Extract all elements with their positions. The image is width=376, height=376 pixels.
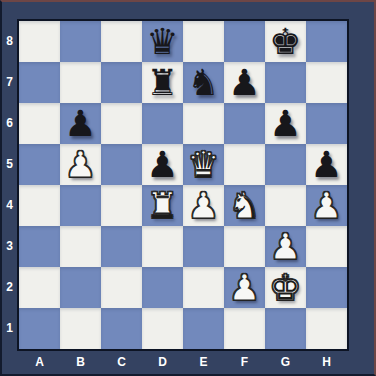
rank-label-5: 5 xyxy=(2,144,17,185)
square-f6[interactable] xyxy=(224,103,265,144)
white-king-g2[interactable]: ♚ xyxy=(265,267,306,308)
square-h1[interactable] xyxy=(306,308,347,349)
square-c4[interactable] xyxy=(101,185,142,226)
square-a7[interactable] xyxy=(19,62,60,103)
square-g1[interactable] xyxy=(265,308,306,349)
square-h4[interactable]: ♟ xyxy=(306,185,347,226)
rank-label-1: 1 xyxy=(2,308,17,349)
square-e1[interactable] xyxy=(183,308,224,349)
square-a5[interactable] xyxy=(19,144,60,185)
square-f7[interactable]: ♟ xyxy=(224,62,265,103)
square-e5[interactable]: ♛ xyxy=(183,144,224,185)
file-label-b: B xyxy=(60,351,101,374)
square-a6[interactable] xyxy=(19,103,60,144)
square-e7[interactable]: ♞ xyxy=(183,62,224,103)
square-a4[interactable] xyxy=(19,185,60,226)
square-h3[interactable] xyxy=(306,226,347,267)
square-d4[interactable]: ♜ xyxy=(142,185,183,226)
square-a3[interactable] xyxy=(19,226,60,267)
square-h5[interactable]: ♟ xyxy=(306,144,347,185)
square-a8[interactable] xyxy=(19,21,60,62)
square-a2[interactable] xyxy=(19,267,60,308)
square-d5[interactable]: ♟ xyxy=(142,144,183,185)
square-f1[interactable] xyxy=(224,308,265,349)
square-c5[interactable] xyxy=(101,144,142,185)
chess-diagram: ♛♚♜♞♟♟♟♟♟♛♟♜♟♞♟♟♟♚ 87654321 ABCDEFGH xyxy=(0,0,376,376)
square-a1[interactable] xyxy=(19,308,60,349)
square-e8[interactable] xyxy=(183,21,224,62)
square-b8[interactable] xyxy=(60,21,101,62)
chess-board: ♛♚♜♞♟♟♟♟♟♛♟♜♟♞♟♟♟♚ xyxy=(17,19,349,351)
square-f5[interactable] xyxy=(224,144,265,185)
rank-label-4: 4 xyxy=(2,185,17,226)
square-e4[interactable]: ♟ xyxy=(183,185,224,226)
black-pawn-b6[interactable]: ♟ xyxy=(60,103,101,144)
white-queen-e5[interactable]: ♛ xyxy=(183,144,224,185)
square-d8[interactable]: ♛ xyxy=(142,21,183,62)
square-c6[interactable] xyxy=(101,103,142,144)
square-g7[interactable] xyxy=(265,62,306,103)
file-label-d: D xyxy=(142,351,183,374)
square-e2[interactable] xyxy=(183,267,224,308)
rank-label-6: 6 xyxy=(2,103,17,144)
square-f2[interactable]: ♟ xyxy=(224,267,265,308)
white-pawn-g3[interactable]: ♟ xyxy=(265,226,306,267)
square-c7[interactable] xyxy=(101,62,142,103)
square-b5[interactable]: ♟ xyxy=(60,144,101,185)
white-pawn-e4[interactable]: ♟ xyxy=(183,185,224,226)
file-label-c: C xyxy=(101,351,142,374)
square-b6[interactable]: ♟ xyxy=(60,103,101,144)
black-king-g8[interactable]: ♚ xyxy=(265,21,306,62)
rank-label-8: 8 xyxy=(2,21,17,62)
square-h8[interactable] xyxy=(306,21,347,62)
white-pawn-f2[interactable]: ♟ xyxy=(224,267,265,308)
square-b3[interactable] xyxy=(60,226,101,267)
white-rook-d4[interactable]: ♜ xyxy=(142,185,183,226)
square-d1[interactable] xyxy=(142,308,183,349)
square-c1[interactable] xyxy=(101,308,142,349)
black-knight-e7[interactable]: ♞ xyxy=(183,62,224,103)
white-pawn-b5[interactable]: ♟ xyxy=(60,144,101,185)
file-label-h: H xyxy=(306,351,347,374)
square-h2[interactable] xyxy=(306,267,347,308)
square-b2[interactable] xyxy=(60,267,101,308)
square-c2[interactable] xyxy=(101,267,142,308)
rank-label-2: 2 xyxy=(2,267,17,308)
square-f4[interactable]: ♞ xyxy=(224,185,265,226)
square-b7[interactable] xyxy=(60,62,101,103)
square-d7[interactable]: ♜ xyxy=(142,62,183,103)
white-pawn-h4[interactable]: ♟ xyxy=(306,185,347,226)
black-pawn-h5[interactable]: ♟ xyxy=(306,144,347,185)
square-d3[interactable] xyxy=(142,226,183,267)
square-h7[interactable] xyxy=(306,62,347,103)
square-g3[interactable]: ♟ xyxy=(265,226,306,267)
square-b4[interactable] xyxy=(60,185,101,226)
square-b1[interactable] xyxy=(60,308,101,349)
black-queen-d8[interactable]: ♛ xyxy=(142,21,183,62)
black-pawn-d5[interactable]: ♟ xyxy=(142,144,183,185)
square-c3[interactable] xyxy=(101,226,142,267)
file-label-f: F xyxy=(224,351,265,374)
square-d2[interactable] xyxy=(142,267,183,308)
square-g5[interactable] xyxy=(265,144,306,185)
black-rook-d7[interactable]: ♜ xyxy=(142,62,183,103)
square-e3[interactable] xyxy=(183,226,224,267)
square-d6[interactable] xyxy=(142,103,183,144)
rank-label-7: 7 xyxy=(2,62,17,103)
square-g6[interactable]: ♟ xyxy=(265,103,306,144)
file-label-e: E xyxy=(183,351,224,374)
square-f8[interactable] xyxy=(224,21,265,62)
square-e6[interactable] xyxy=(183,103,224,144)
white-knight-f4[interactable]: ♞ xyxy=(224,185,265,226)
square-c8[interactable] xyxy=(101,21,142,62)
square-g2[interactable]: ♚ xyxy=(265,267,306,308)
rank-label-3: 3 xyxy=(2,226,17,267)
file-label-a: A xyxy=(19,351,60,374)
square-g8[interactable]: ♚ xyxy=(265,21,306,62)
square-f3[interactable] xyxy=(224,226,265,267)
file-label-g: G xyxy=(265,351,306,374)
square-g4[interactable] xyxy=(265,185,306,226)
square-h6[interactable] xyxy=(306,103,347,144)
black-pawn-g6[interactable]: ♟ xyxy=(265,103,306,144)
black-pawn-f7[interactable]: ♟ xyxy=(224,62,265,103)
